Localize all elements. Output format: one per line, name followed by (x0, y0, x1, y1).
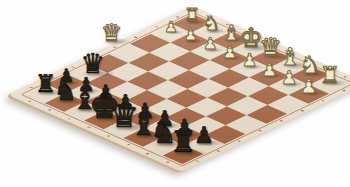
white-pawn-d7[interactable]: ♟ (222, 44, 237, 61)
white-rook-h8[interactable]: ♜ (319, 63, 340, 86)
white-pawn-a7[interactable]: ♟ (164, 20, 177, 35)
white-pawn-e7[interactable]: ♟ (242, 53, 258, 70)
black-rook-h1[interactable]: ♜ (170, 128, 196, 158)
white-bishop-f8[interactable]: ♝ (280, 45, 301, 69)
extra-white-queen[interactable]: ♛ (101, 21, 123, 45)
white-pawn-b7[interactable]: ♟ (184, 28, 198, 44)
white-rook-a8[interactable]: ♜ (184, 7, 200, 25)
black-pawn-h2[interactable]: ♟ (194, 124, 215, 147)
white-pawn-c7[interactable]: ♟ (203, 36, 217, 52)
product-photo-stage: abcdefgh abcdefgh 87654321 87654321 ♜♞♟♝… (0, 0, 350, 187)
white-pawn-h7[interactable]: ♟ (300, 77, 317, 96)
white-pawn-g7[interactable]: ♟ (281, 69, 298, 88)
white-bishop-c8[interactable]: ♝ (222, 22, 241, 43)
white-pawn-f7[interactable]: ♟ (261, 61, 277, 79)
white-knight-b8[interactable]: ♞ (203, 14, 221, 34)
